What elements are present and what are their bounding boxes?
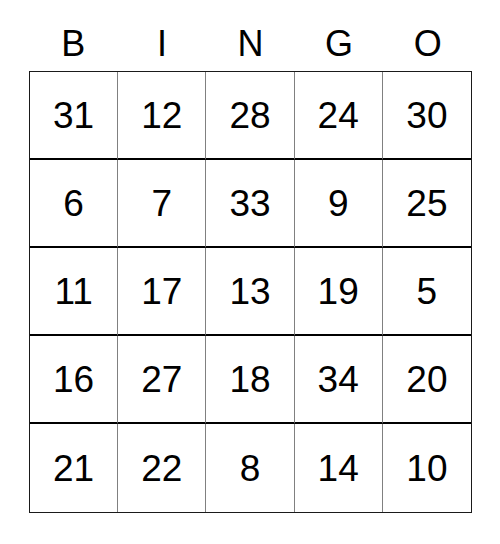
cell-r3c4[interactable]: 19 (295, 248, 383, 336)
cell-r1c2[interactable]: 12 (118, 72, 206, 160)
cell-r5c5[interactable]: 10 (383, 424, 471, 512)
cell-r5c3[interactable]: 8 (206, 424, 294, 512)
cell-r4c5[interactable]: 20 (383, 336, 471, 424)
column-letter-i: I (118, 14, 207, 71)
cell-r2c3[interactable]: 33 (206, 160, 294, 248)
cell-r4c3[interactable]: 18 (206, 336, 294, 424)
cell-r3c3[interactable]: 13 (206, 248, 294, 336)
column-headers: B I N G O (29, 14, 472, 71)
column-letter-g: G (295, 14, 384, 71)
column-letter-o: O (383, 14, 472, 71)
cell-r1c1[interactable]: 31 (30, 72, 118, 160)
cell-r5c1[interactable]: 21 (30, 424, 118, 512)
column-letter-n: N (206, 14, 295, 71)
cell-r2c2[interactable]: 7 (118, 160, 206, 248)
cell-r2c4[interactable]: 9 (295, 160, 383, 248)
cell-r2c1[interactable]: 6 (30, 160, 118, 248)
bingo-card: B I N G O 31 12 28 24 30 6 7 33 9 25 11 … (29, 14, 472, 513)
column-letter-b: B (29, 14, 118, 71)
cell-r3c2[interactable]: 17 (118, 248, 206, 336)
cell-r3c5[interactable]: 5 (383, 248, 471, 336)
cell-r1c3[interactable]: 28 (206, 72, 294, 160)
cell-r4c4[interactable]: 34 (295, 336, 383, 424)
cell-r1c5[interactable]: 30 (383, 72, 471, 160)
board-grid: 31 12 28 24 30 6 7 33 9 25 11 17 13 19 5… (29, 71, 472, 513)
cell-r5c2[interactable]: 22 (118, 424, 206, 512)
bingo-page: B I N G O 31 12 28 24 30 6 7 33 9 25 11 … (0, 0, 500, 544)
cell-r4c1[interactable]: 16 (30, 336, 118, 424)
cell-r2c5[interactable]: 25 (383, 160, 471, 248)
cell-r5c4[interactable]: 14 (295, 424, 383, 512)
cell-r3c1[interactable]: 11 (30, 248, 118, 336)
cell-r1c4[interactable]: 24 (295, 72, 383, 160)
cell-r4c2[interactable]: 27 (118, 336, 206, 424)
